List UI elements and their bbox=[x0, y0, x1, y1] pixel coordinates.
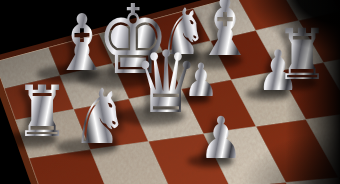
piece-b5-white-knight: ♞ bbox=[71, 79, 129, 155]
piece-a6-white-rook: ♜ bbox=[15, 76, 69, 147]
piece-d6-white-pawn: ♟ bbox=[183, 57, 218, 103]
chess-3d-render-scene: ♝♚♞♝♜♛♟♟♜♞♟ bbox=[0, 0, 340, 184]
piece-g6-white-rook: ♜ bbox=[275, 20, 328, 90]
chess-pieces-layer: ♝♚♞♝♜♛♟♟♜♞♟ bbox=[0, 0, 340, 184]
piece-d5-white-pawn: ♟ bbox=[199, 109, 243, 167]
